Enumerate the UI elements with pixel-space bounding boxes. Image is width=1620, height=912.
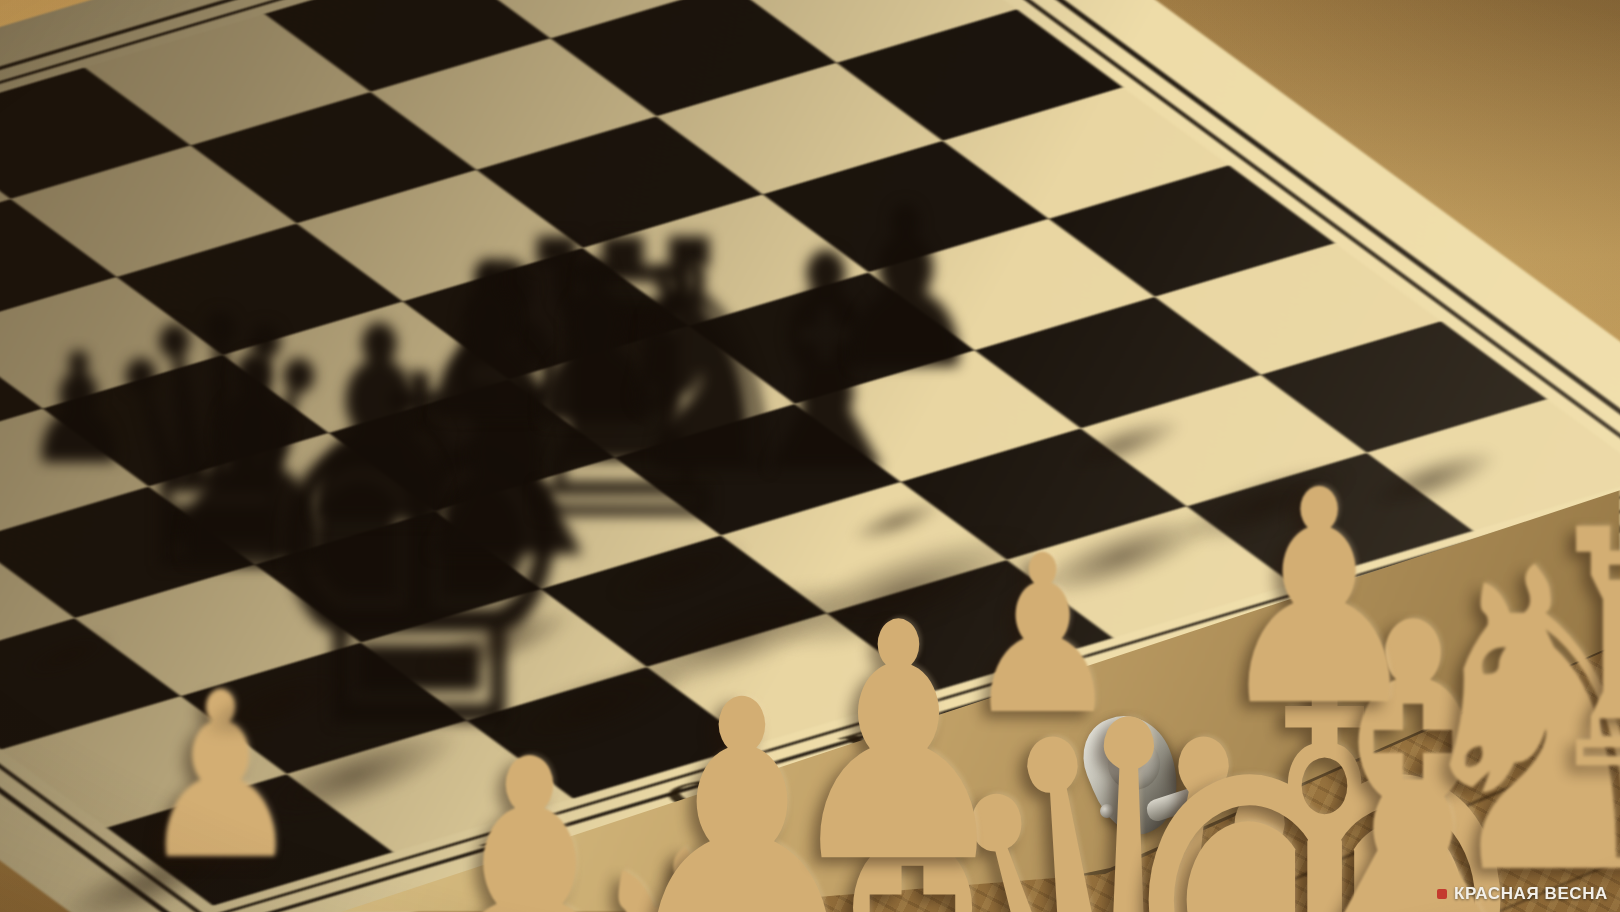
watermark: КРАСНАЯ ВЕСНА <box>1437 884 1608 904</box>
chess-photo-scene: BCDEFGH ♟♛♟♚♟♝♟♜♟♞♝♟ ♜♞♝♛♚♝♞♜♟♟♟♟♟♟ КРАС… <box>0 0 1620 912</box>
agency-logo-icon <box>1437 889 1447 899</box>
pawn-glyph: ♟ <box>1213 452 1425 747</box>
rook-glyph: ♜ <box>1532 488 1620 816</box>
piece-glyph: ♟ <box>826 178 985 400</box>
watermark-text: КРАСНАЯ ВЕСНА <box>1454 884 1608 904</box>
pawn-glyph: ♟ <box>965 527 1121 745</box>
